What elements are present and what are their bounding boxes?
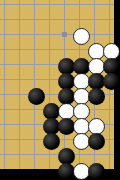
black-stone [43, 133, 60, 150]
grid-hline [0, 154, 114, 155]
grid-hline [0, 19, 114, 20]
grid-vline [34, 0, 35, 169]
black-stone [88, 88, 105, 105]
white-stone [73, 28, 90, 45]
go-problem-screenshot [0, 0, 120, 180]
board-right-edge [114, 0, 120, 180]
black-stone [28, 88, 45, 105]
grid-hline [0, 34, 114, 35]
black-stone [88, 163, 105, 180]
black-stone [103, 73, 120, 90]
star-point-hoshi [62, 32, 67, 37]
grid-vline [4, 0, 5, 169]
grid-hline [0, 4, 114, 5]
grid-vline [19, 0, 20, 169]
black-stone [88, 133, 105, 150]
